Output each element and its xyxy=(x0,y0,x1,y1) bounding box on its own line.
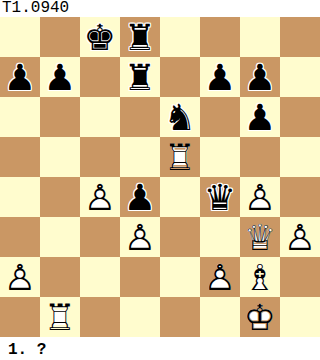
piece-solid-layer: ♟ xyxy=(0,57,40,97)
white-pawn: ♟♙ xyxy=(240,177,280,217)
piece-outline-layer: ♖ xyxy=(40,297,80,337)
white-rook: ♜♖ xyxy=(160,137,200,177)
piece-outline-layer: ♙ xyxy=(240,177,280,217)
square-e5[interactable]: ♜♖ xyxy=(160,137,200,177)
piece-outline-layer: ♗ xyxy=(240,257,280,297)
square-e8[interactable] xyxy=(160,17,200,57)
black-pawn: ♟ xyxy=(120,177,160,217)
square-c6[interactable] xyxy=(80,97,120,137)
square-f2[interactable]: ♟♙ xyxy=(200,257,240,297)
square-g3[interactable]: ♛♕ xyxy=(240,217,280,257)
white-pawn: ♟♙ xyxy=(200,257,240,297)
square-b3[interactable] xyxy=(40,217,80,257)
square-c8[interactable]: ♚ xyxy=(80,17,120,57)
white-pawn: ♟♙ xyxy=(0,257,40,297)
square-b2[interactable] xyxy=(40,257,80,297)
square-f3[interactable] xyxy=(200,217,240,257)
square-d4[interactable]: ♟ xyxy=(120,177,160,217)
puzzle-page: T1.0940 ♚♜♟♟♜♟♟♞♟♜♖♟♙♟♛♟♙♟♙♛♕♟♙♟♙♟♙♝♗♜♖♚… xyxy=(0,0,320,360)
square-c7[interactable] xyxy=(80,57,120,97)
square-f7[interactable]: ♟ xyxy=(200,57,240,97)
piece-outline-layer: ♔ xyxy=(240,297,280,337)
piece-solid-layer: ♟ xyxy=(240,57,280,97)
square-a4[interactable] xyxy=(0,177,40,217)
piece-solid-layer: ♟ xyxy=(200,57,240,97)
square-h2[interactable] xyxy=(280,257,320,297)
piece-solid-layer: ♞ xyxy=(160,97,200,137)
square-g6[interactable]: ♟ xyxy=(240,97,280,137)
square-g8[interactable] xyxy=(240,17,280,57)
square-d5[interactable] xyxy=(120,137,160,177)
piece-solid-layer: ♜ xyxy=(120,17,160,57)
piece-outline-layer: ♖ xyxy=(160,137,200,177)
piece-solid-layer: ♟ xyxy=(40,57,80,97)
square-f8[interactable] xyxy=(200,17,240,57)
white-queen: ♛♕ xyxy=(240,217,280,257)
black-pawn: ♟ xyxy=(200,57,240,97)
square-h8[interactable] xyxy=(280,17,320,57)
piece-solid-layer: ♚ xyxy=(80,17,120,57)
square-e4[interactable] xyxy=(160,177,200,217)
square-a3[interactable] xyxy=(0,217,40,257)
black-pawn: ♟ xyxy=(0,57,40,97)
white-king: ♚♔ xyxy=(240,297,280,337)
piece-outline-layer: ♙ xyxy=(280,217,320,257)
piece-outline-layer: ♙ xyxy=(200,257,240,297)
square-g4[interactable]: ♟♙ xyxy=(240,177,280,217)
black-rook: ♜ xyxy=(120,17,160,57)
square-e6[interactable]: ♞ xyxy=(160,97,200,137)
piece-outline-layer: ♙ xyxy=(120,217,160,257)
white-bishop: ♝♗ xyxy=(240,257,280,297)
square-g5[interactable] xyxy=(240,137,280,177)
black-pawn: ♟ xyxy=(40,57,80,97)
square-c3[interactable] xyxy=(80,217,120,257)
square-c2[interactable] xyxy=(80,257,120,297)
square-a1[interactable] xyxy=(0,297,40,337)
square-g1[interactable]: ♚♔ xyxy=(240,297,280,337)
black-king: ♚ xyxy=(80,17,120,57)
square-h6[interactable] xyxy=(280,97,320,137)
square-d7[interactable]: ♜ xyxy=(120,57,160,97)
square-b1[interactable]: ♜♖ xyxy=(40,297,80,337)
piece-outline-layer: ♙ xyxy=(0,257,40,297)
square-h5[interactable] xyxy=(280,137,320,177)
square-h1[interactable] xyxy=(280,297,320,337)
square-h3[interactable]: ♟♙ xyxy=(280,217,320,257)
square-c1[interactable] xyxy=(80,297,120,337)
black-knight: ♞ xyxy=(160,97,200,137)
square-d3[interactable]: ♟♙ xyxy=(120,217,160,257)
square-b8[interactable] xyxy=(40,17,80,57)
square-a8[interactable] xyxy=(0,17,40,57)
square-c4[interactable]: ♟♙ xyxy=(80,177,120,217)
square-a5[interactable] xyxy=(0,137,40,177)
piece-outline-layer: ♙ xyxy=(80,177,120,217)
black-pawn: ♟ xyxy=(240,57,280,97)
square-g7[interactable]: ♟ xyxy=(240,57,280,97)
black-rook: ♜ xyxy=(120,57,160,97)
white-pawn: ♟♙ xyxy=(80,177,120,217)
piece-solid-layer: ♟ xyxy=(120,177,160,217)
square-d6[interactable] xyxy=(120,97,160,137)
square-h4[interactable] xyxy=(280,177,320,217)
piece-solid-layer: ♟ xyxy=(240,97,280,137)
square-e2[interactable] xyxy=(160,257,200,297)
piece-outline-layer: ♕ xyxy=(240,217,280,257)
puzzle-id: T1.0940 xyxy=(0,0,320,17)
piece-solid-layer: ♛ xyxy=(200,177,240,217)
square-f5[interactable] xyxy=(200,137,240,177)
square-b7[interactable]: ♟ xyxy=(40,57,80,97)
white-pawn: ♟♙ xyxy=(280,217,320,257)
square-g2[interactable]: ♝♗ xyxy=(240,257,280,297)
white-rook: ♜♖ xyxy=(40,297,80,337)
square-d2[interactable] xyxy=(120,257,160,297)
square-b6[interactable] xyxy=(40,97,80,137)
square-f6[interactable] xyxy=(200,97,240,137)
white-pawn: ♟♙ xyxy=(120,217,160,257)
square-b5[interactable] xyxy=(40,137,80,177)
square-a2[interactable]: ♟♙ xyxy=(0,257,40,297)
square-c5[interactable] xyxy=(80,137,120,177)
black-queen: ♛ xyxy=(200,177,240,217)
move-prompt: 1. ? xyxy=(0,337,320,359)
piece-solid-layer: ♜ xyxy=(120,57,160,97)
square-d1[interactable] xyxy=(120,297,160,337)
square-d8[interactable]: ♜ xyxy=(120,17,160,57)
square-h7[interactable] xyxy=(280,57,320,97)
square-a7[interactable]: ♟ xyxy=(0,57,40,97)
square-f4[interactable]: ♛ xyxy=(200,177,240,217)
square-a6[interactable] xyxy=(0,97,40,137)
square-e7[interactable] xyxy=(160,57,200,97)
square-b4[interactable] xyxy=(40,177,80,217)
square-e3[interactable] xyxy=(160,217,200,257)
square-e1[interactable] xyxy=(160,297,200,337)
chess-board: ♚♜♟♟♜♟♟♞♟♜♖♟♙♟♛♟♙♟♙♛♕♟♙♟♙♟♙♝♗♜♖♚♔ xyxy=(0,17,320,337)
square-f1[interactable] xyxy=(200,297,240,337)
black-pawn: ♟ xyxy=(240,97,280,137)
